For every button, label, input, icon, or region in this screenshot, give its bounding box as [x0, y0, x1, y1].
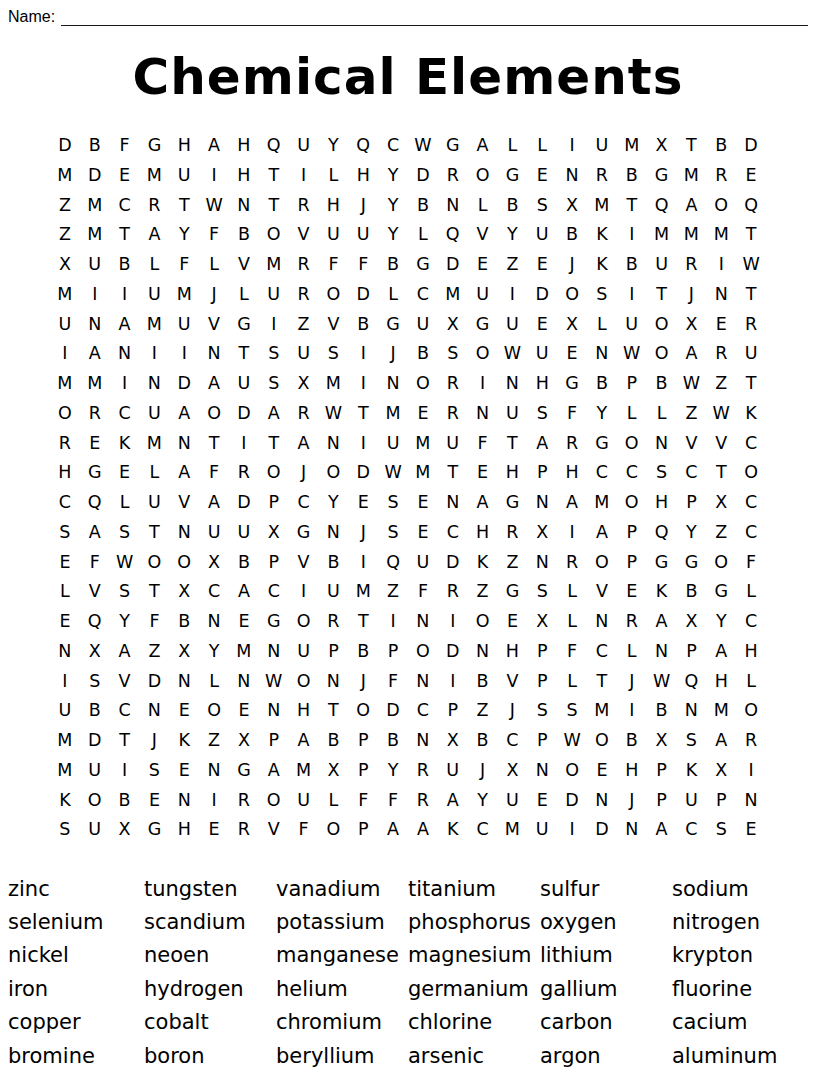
grid-cell[interactable]: V: [706, 429, 736, 459]
grid-cell[interactable]: C: [408, 696, 438, 726]
grid-cell[interactable]: B: [408, 191, 438, 221]
grid-cell[interactable]: B: [557, 220, 587, 250]
grid-cell[interactable]: U: [319, 577, 349, 607]
grid-cell[interactable]: N: [438, 488, 468, 518]
grid-cell[interactable]: B: [319, 726, 349, 756]
grid-cell[interactable]: A: [199, 488, 229, 518]
grid-cell[interactable]: W: [677, 369, 707, 399]
grid-cell[interactable]: R: [438, 369, 468, 399]
grid-cell[interactable]: G: [259, 607, 289, 637]
grid-cell[interactable]: P: [348, 726, 378, 756]
grid-cell[interactable]: J: [140, 726, 170, 756]
grid-cell[interactable]: B: [468, 726, 498, 756]
grid-cell[interactable]: M: [408, 458, 438, 488]
grid-cell[interactable]: F: [468, 429, 498, 459]
grid-cell[interactable]: O: [259, 458, 289, 488]
grid-cell[interactable]: J: [199, 280, 229, 310]
grid-cell[interactable]: A: [408, 815, 438, 845]
grid-cell[interactable]: I: [50, 667, 80, 697]
grid-cell[interactable]: N: [169, 667, 199, 697]
grid-cell[interactable]: B: [468, 667, 498, 697]
grid-cell[interactable]: U: [319, 220, 349, 250]
grid-cell[interactable]: W: [498, 339, 528, 369]
grid-cell[interactable]: I: [468, 369, 498, 399]
grid-cell[interactable]: S: [80, 667, 110, 697]
grid-cell[interactable]: Y: [319, 131, 349, 161]
grid-cell[interactable]: N: [647, 637, 677, 667]
grid-cell[interactable]: O: [319, 280, 349, 310]
grid-cell[interactable]: F: [319, 250, 349, 280]
grid-cell[interactable]: M: [378, 399, 408, 429]
grid-cell[interactable]: P: [527, 726, 557, 756]
grid-cell[interactable]: X: [169, 577, 199, 607]
grid-cell[interactable]: K: [647, 577, 677, 607]
grid-cell[interactable]: K: [587, 220, 617, 250]
grid-cell[interactable]: T: [706, 458, 736, 488]
grid-cell[interactable]: M: [617, 131, 647, 161]
grid-cell[interactable]: E: [468, 250, 498, 280]
grid-cell[interactable]: V: [169, 488, 199, 518]
grid-cell[interactable]: G: [498, 161, 528, 191]
grid-cell[interactable]: F: [408, 577, 438, 607]
grid-cell[interactable]: D: [587, 815, 617, 845]
grid-cell[interactable]: X: [319, 756, 349, 786]
grid-cell[interactable]: H: [706, 667, 736, 697]
grid-cell[interactable]: U: [587, 131, 617, 161]
grid-cell[interactable]: P: [647, 756, 677, 786]
grid-cell[interactable]: U: [736, 339, 766, 369]
grid-cell[interactable]: N: [587, 786, 617, 816]
grid-cell[interactable]: M: [348, 577, 378, 607]
grid-cell[interactable]: R: [289, 280, 319, 310]
grid-cell[interactable]: A: [199, 131, 229, 161]
grid-cell[interactable]: H: [498, 458, 528, 488]
grid-cell[interactable]: C: [587, 458, 617, 488]
grid-cell[interactable]: W: [259, 667, 289, 697]
grid-cell[interactable]: G: [498, 488, 528, 518]
grid-cell[interactable]: B: [319, 548, 349, 578]
grid-cell[interactable]: A: [677, 339, 707, 369]
grid-cell[interactable]: D: [140, 667, 170, 697]
grid-cell[interactable]: G: [229, 756, 259, 786]
grid-cell[interactable]: H: [468, 518, 498, 548]
grid-cell[interactable]: S: [259, 369, 289, 399]
grid-cell[interactable]: X: [80, 637, 110, 667]
grid-cell[interactable]: U: [438, 429, 468, 459]
grid-cell[interactable]: P: [527, 637, 557, 667]
grid-cell[interactable]: I: [169, 339, 199, 369]
grid-cell[interactable]: D: [229, 488, 259, 518]
grid-cell[interactable]: I: [348, 339, 378, 369]
grid-cell[interactable]: U: [498, 399, 528, 429]
grid-cell[interactable]: C: [677, 815, 707, 845]
grid-cell[interactable]: N: [199, 339, 229, 369]
grid-cell[interactable]: S: [378, 518, 408, 548]
grid-cell[interactable]: G: [229, 310, 259, 340]
grid-cell[interactable]: O: [587, 726, 617, 756]
grid-cell[interactable]: H: [319, 191, 349, 221]
grid-cell[interactable]: E: [169, 756, 199, 786]
grid-cell[interactable]: S: [527, 399, 557, 429]
grid-cell[interactable]: V: [587, 577, 617, 607]
grid-cell[interactable]: B: [677, 577, 707, 607]
grid-cell[interactable]: B: [617, 250, 647, 280]
grid-cell[interactable]: L: [50, 577, 80, 607]
grid-cell[interactable]: X: [706, 488, 736, 518]
grid-cell[interactable]: T: [259, 191, 289, 221]
grid-cell[interactable]: N: [378, 369, 408, 399]
grid-cell[interactable]: M: [647, 220, 677, 250]
grid-cell[interactable]: P: [706, 786, 736, 816]
grid-cell[interactable]: N: [587, 339, 617, 369]
grid-cell[interactable]: E: [50, 607, 80, 637]
grid-cell[interactable]: N: [199, 756, 229, 786]
grid-cell[interactable]: I: [706, 250, 736, 280]
grid-cell[interactable]: A: [289, 726, 319, 756]
grid-cell[interactable]: Z: [677, 399, 707, 429]
grid-cell[interactable]: K: [110, 429, 140, 459]
grid-cell[interactable]: U: [289, 786, 319, 816]
grid-cell[interactable]: Q: [80, 607, 110, 637]
grid-cell[interactable]: O: [736, 458, 766, 488]
grid-cell[interactable]: D: [169, 369, 199, 399]
grid-cell[interactable]: S: [677, 726, 707, 756]
grid-cell[interactable]: A: [169, 399, 199, 429]
grid-cell[interactable]: O: [50, 399, 80, 429]
grid-cell[interactable]: G: [408, 250, 438, 280]
grid-cell[interactable]: M: [140, 310, 170, 340]
grid-cell[interactable]: T: [319, 696, 349, 726]
grid-cell[interactable]: F: [199, 458, 229, 488]
grid-cell[interactable]: Z: [140, 637, 170, 667]
grid-cell[interactable]: U: [289, 637, 319, 667]
grid-cell[interactable]: X: [527, 518, 557, 548]
grid-cell[interactable]: I: [617, 220, 647, 250]
grid-cell[interactable]: R: [677, 250, 707, 280]
grid-cell[interactable]: O: [706, 191, 736, 221]
grid-cell[interactable]: C: [677, 458, 707, 488]
grid-cell[interactable]: M: [50, 756, 80, 786]
grid-cell[interactable]: E: [527, 310, 557, 340]
grid-cell[interactable]: K: [468, 548, 498, 578]
grid-cell[interactable]: I: [736, 756, 766, 786]
grid-cell[interactable]: A: [706, 726, 736, 756]
grid-cell[interactable]: A: [229, 577, 259, 607]
grid-cell[interactable]: O: [617, 429, 647, 459]
grid-cell[interactable]: G: [647, 161, 677, 191]
grid-cell[interactable]: Q: [438, 220, 468, 250]
grid-cell[interactable]: E: [527, 786, 557, 816]
grid-cell[interactable]: D: [438, 548, 468, 578]
grid-cell[interactable]: U: [527, 220, 557, 250]
grid-cell[interactable]: D: [50, 131, 80, 161]
grid-cell[interactable]: L: [378, 280, 408, 310]
grid-cell[interactable]: H: [169, 131, 199, 161]
grid-cell[interactable]: F: [110, 131, 140, 161]
grid-cell[interactable]: E: [229, 696, 259, 726]
grid-cell[interactable]: K: [736, 399, 766, 429]
grid-cell[interactable]: V: [498, 667, 528, 697]
grid-cell[interactable]: Y: [110, 607, 140, 637]
grid-cell[interactable]: E: [408, 488, 438, 518]
grid-cell[interactable]: O: [348, 696, 378, 726]
grid-cell[interactable]: O: [557, 756, 587, 786]
grid-cell[interactable]: W: [617, 339, 647, 369]
grid-cell[interactable]: A: [438, 786, 468, 816]
grid-cell[interactable]: E: [557, 339, 587, 369]
grid-cell[interactable]: T: [736, 280, 766, 310]
grid-cell[interactable]: T: [229, 339, 259, 369]
grid-cell[interactable]: C: [468, 815, 498, 845]
grid-cell[interactable]: Z: [50, 220, 80, 250]
grid-cell[interactable]: S: [557, 696, 587, 726]
grid-cell[interactable]: G: [438, 131, 468, 161]
grid-cell[interactable]: M: [50, 280, 80, 310]
grid-cell[interactable]: L: [408, 220, 438, 250]
grid-cell[interactable]: E: [498, 607, 528, 637]
grid-cell[interactable]: F: [140, 607, 170, 637]
grid-cell[interactable]: O: [169, 548, 199, 578]
grid-cell[interactable]: A: [706, 637, 736, 667]
grid-cell[interactable]: U: [140, 488, 170, 518]
grid-cell[interactable]: E: [199, 815, 229, 845]
grid-cell[interactable]: D: [80, 161, 110, 191]
grid-cell[interactable]: P: [527, 667, 557, 697]
grid-cell[interactable]: D: [438, 637, 468, 667]
grid-cell[interactable]: S: [438, 339, 468, 369]
grid-cell[interactable]: J: [677, 280, 707, 310]
grid-cell[interactable]: P: [378, 637, 408, 667]
grid-cell[interactable]: S: [527, 191, 557, 221]
grid-cell[interactable]: N: [169, 429, 199, 459]
grid-cell[interactable]: W: [408, 131, 438, 161]
grid-cell[interactable]: R: [706, 339, 736, 369]
grid-cell[interactable]: U: [199, 518, 229, 548]
grid-cell[interactable]: W: [110, 548, 140, 578]
grid-cell[interactable]: M: [80, 191, 110, 221]
grid-cell[interactable]: L: [319, 786, 349, 816]
grid-cell[interactable]: I: [199, 786, 229, 816]
grid-cell[interactable]: S: [50, 518, 80, 548]
grid-cell[interactable]: G: [140, 131, 170, 161]
grid-cell[interactable]: I: [438, 667, 468, 697]
grid-cell[interactable]: H: [557, 458, 587, 488]
grid-cell[interactable]: S: [319, 339, 349, 369]
grid-cell[interactable]: F: [348, 250, 378, 280]
grid-cell[interactable]: L: [617, 399, 647, 429]
grid-cell[interactable]: L: [319, 161, 349, 191]
grid-cell[interactable]: A: [378, 815, 408, 845]
grid-cell[interactable]: L: [557, 667, 587, 697]
grid-cell[interactable]: X: [289, 369, 319, 399]
grid-cell[interactable]: B: [617, 161, 647, 191]
grid-cell[interactable]: G: [706, 577, 736, 607]
grid-cell[interactable]: V: [468, 220, 498, 250]
grid-cell[interactable]: O: [468, 161, 498, 191]
grid-cell[interactable]: E: [527, 250, 557, 280]
grid-cell[interactable]: P: [348, 756, 378, 786]
grid-cell[interactable]: K: [169, 726, 199, 756]
grid-cell[interactable]: U: [80, 250, 110, 280]
grid-cell[interactable]: P: [617, 518, 647, 548]
grid-cell[interactable]: H: [289, 696, 319, 726]
grid-cell[interactable]: M: [677, 161, 707, 191]
grid-cell[interactable]: O: [140, 548, 170, 578]
grid-cell[interactable]: U: [438, 756, 468, 786]
grid-cell[interactable]: D: [408, 161, 438, 191]
grid-cell[interactable]: R: [706, 161, 736, 191]
grid-cell[interactable]: I: [259, 310, 289, 340]
grid-cell[interactable]: F: [736, 548, 766, 578]
grid-cell[interactable]: B: [706, 131, 736, 161]
grid-cell[interactable]: Y: [378, 756, 408, 786]
grid-cell[interactable]: T: [259, 161, 289, 191]
grid-cell[interactable]: L: [110, 488, 140, 518]
grid-cell[interactable]: U: [617, 310, 647, 340]
grid-cell[interactable]: H: [50, 458, 80, 488]
grid-cell[interactable]: M: [587, 488, 617, 518]
grid-cell[interactable]: N: [319, 518, 349, 548]
grid-cell[interactable]: E: [408, 518, 438, 548]
grid-cell[interactable]: Y: [378, 191, 408, 221]
grid-cell[interactable]: N: [408, 726, 438, 756]
grid-cell[interactable]: N: [706, 280, 736, 310]
grid-cell[interactable]: D: [438, 250, 468, 280]
grid-cell[interactable]: N: [557, 161, 587, 191]
grid-cell[interactable]: X: [677, 607, 707, 637]
grid-cell[interactable]: N: [527, 548, 557, 578]
grid-cell[interactable]: G: [587, 429, 617, 459]
grid-cell[interactable]: T: [140, 577, 170, 607]
grid-cell[interactable]: B: [80, 696, 110, 726]
grid-cell[interactable]: U: [259, 280, 289, 310]
grid-cell[interactable]: V: [677, 429, 707, 459]
grid-cell[interactable]: S: [50, 815, 80, 845]
grid-cell[interactable]: A: [169, 458, 199, 488]
grid-cell[interactable]: N: [617, 815, 647, 845]
grid-cell[interactable]: I: [289, 577, 319, 607]
grid-cell[interactable]: Y: [378, 161, 408, 191]
grid-cell[interactable]: M: [319, 369, 349, 399]
grid-cell[interactable]: Z: [706, 518, 736, 548]
grid-cell[interactable]: A: [527, 429, 557, 459]
grid-cell[interactable]: C: [289, 488, 319, 518]
grid-cell[interactable]: X: [706, 756, 736, 786]
grid-cell[interactable]: V: [80, 577, 110, 607]
grid-cell[interactable]: O: [319, 815, 349, 845]
grid-cell[interactable]: D: [736, 131, 766, 161]
grid-cell[interactable]: A: [468, 488, 498, 518]
grid-cell[interactable]: U: [647, 250, 677, 280]
grid-cell[interactable]: O: [468, 339, 498, 369]
grid-cell[interactable]: A: [557, 488, 587, 518]
grid-cell[interactable]: U: [408, 310, 438, 340]
grid-cell[interactable]: P: [319, 637, 349, 667]
grid-cell[interactable]: P: [677, 637, 707, 667]
grid-cell[interactable]: R: [557, 429, 587, 459]
grid-cell[interactable]: N: [140, 696, 170, 726]
grid-cell[interactable]: E: [169, 696, 199, 726]
grid-cell[interactable]: S: [259, 339, 289, 369]
grid-cell[interactable]: A: [677, 191, 707, 221]
grid-cell[interactable]: C: [110, 191, 140, 221]
grid-cell[interactable]: A: [289, 429, 319, 459]
grid-cell[interactable]: Q: [259, 131, 289, 161]
grid-cell[interactable]: B: [110, 786, 140, 816]
grid-cell[interactable]: R: [736, 726, 766, 756]
grid-cell[interactable]: X: [169, 637, 199, 667]
grid-cell[interactable]: D: [378, 696, 408, 726]
grid-cell[interactable]: G: [80, 458, 110, 488]
grid-cell[interactable]: Y: [587, 399, 617, 429]
grid-cell[interactable]: I: [110, 280, 140, 310]
grid-cell[interactable]: V: [110, 667, 140, 697]
grid-cell[interactable]: P: [617, 548, 647, 578]
grid-cell[interactable]: U: [229, 518, 259, 548]
grid-cell[interactable]: L: [498, 131, 528, 161]
grid-cell[interactable]: T: [498, 429, 528, 459]
grid-cell[interactable]: T: [110, 220, 140, 250]
grid-cell[interactable]: O: [647, 339, 677, 369]
grid-cell[interactable]: H: [527, 369, 557, 399]
grid-cell[interactable]: I: [557, 815, 587, 845]
grid-cell[interactable]: S: [378, 488, 408, 518]
grid-cell[interactable]: U: [527, 815, 557, 845]
grid-cell[interactable]: J: [348, 191, 378, 221]
grid-cell[interactable]: N: [677, 696, 707, 726]
grid-cell[interactable]: B: [408, 339, 438, 369]
grid-cell[interactable]: J: [289, 458, 319, 488]
grid-cell[interactable]: X: [229, 726, 259, 756]
grid-cell[interactable]: N: [50, 637, 80, 667]
grid-cell[interactable]: I: [557, 518, 587, 548]
grid-cell[interactable]: P: [677, 488, 707, 518]
grid-cell[interactable]: R: [736, 310, 766, 340]
grid-cell[interactable]: M: [289, 756, 319, 786]
grid-cell[interactable]: V: [289, 548, 319, 578]
grid-cell[interactable]: S: [110, 518, 140, 548]
grid-cell[interactable]: O: [408, 369, 438, 399]
grid-cell[interactable]: A: [259, 399, 289, 429]
grid-cell[interactable]: Z: [468, 696, 498, 726]
grid-cell[interactable]: X: [647, 726, 677, 756]
grid-cell[interactable]: Z: [498, 250, 528, 280]
grid-cell[interactable]: V: [289, 220, 319, 250]
grid-cell[interactable]: R: [289, 399, 319, 429]
grid-cell[interactable]: U: [229, 369, 259, 399]
grid-cell[interactable]: X: [527, 607, 557, 637]
grid-cell[interactable]: N: [408, 667, 438, 697]
grid-cell[interactable]: P: [259, 726, 289, 756]
grid-cell[interactable]: Y: [199, 637, 229, 667]
grid-cell[interactable]: C: [50, 488, 80, 518]
grid-cell[interactable]: I: [110, 369, 140, 399]
grid-cell[interactable]: I: [229, 429, 259, 459]
grid-cell[interactable]: X: [199, 548, 229, 578]
grid-cell[interactable]: F: [199, 220, 229, 250]
grid-cell[interactable]: E: [617, 577, 647, 607]
grid-cell[interactable]: L: [140, 250, 170, 280]
grid-cell[interactable]: C: [736, 518, 766, 548]
grid-cell[interactable]: L: [647, 399, 677, 429]
grid-cell[interactable]: N: [229, 667, 259, 697]
grid-cell[interactable]: O: [259, 786, 289, 816]
grid-cell[interactable]: I: [557, 131, 587, 161]
grid-cell[interactable]: T: [348, 399, 378, 429]
grid-cell[interactable]: G: [468, 310, 498, 340]
grid-cell[interactable]: Y: [378, 220, 408, 250]
grid-cell[interactable]: B: [647, 696, 677, 726]
